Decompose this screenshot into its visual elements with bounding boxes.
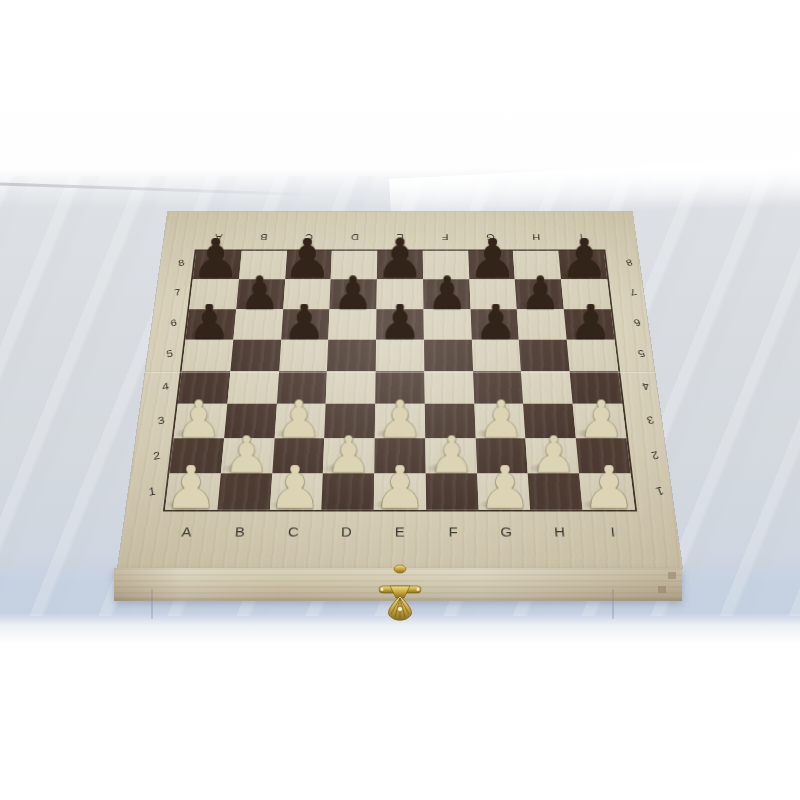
square-d2: ♟ bbox=[323, 438, 375, 473]
square-h7: ♟ bbox=[515, 279, 564, 309]
square-i6: ♟ bbox=[564, 309, 615, 340]
rank-label-right-8: 8 bbox=[604, 247, 645, 281]
square-g8: ♟ bbox=[468, 251, 515, 280]
product-photo: ♟♟♟♟♟♟♟♟♟♟♟♟♟♟♟♟♟♟♟♟♟♟♟♟♟♟♟♟ ABCDEFGHI A… bbox=[0, 0, 800, 800]
file-label-top-H: H bbox=[513, 230, 559, 242]
light-pawn: ♟ bbox=[578, 399, 625, 440]
file-label-bottom-H: H bbox=[533, 524, 588, 542]
light-pawn: ♟ bbox=[223, 435, 269, 475]
dark-pawn: ♟ bbox=[468, 238, 517, 281]
square-b6 bbox=[233, 309, 283, 340]
dark-pawn: ♟ bbox=[474, 304, 517, 341]
file-label-bottom-G: G bbox=[480, 524, 534, 542]
square-c5 bbox=[279, 339, 329, 371]
square-i1: ♟ bbox=[579, 473, 635, 510]
square-a5 bbox=[182, 339, 233, 371]
square-a1: ♟ bbox=[165, 473, 221, 510]
square-i3: ♟ bbox=[573, 404, 626, 438]
square-b5 bbox=[230, 339, 281, 371]
rank-label-right-4: 4 bbox=[618, 368, 662, 407]
square-c3: ♟ bbox=[274, 404, 326, 438]
rank-label-right-7: 7 bbox=[607, 276, 649, 311]
board-grid: ♟♟♟♟♟♟♟♟♟♟♟♟♟♟♟♟♟♟♟♟♟♟♟♟♟♟♟♟ bbox=[163, 250, 637, 512]
square-b1 bbox=[217, 473, 272, 510]
square-h6 bbox=[517, 309, 567, 340]
backdrop-line-left bbox=[151, 589, 153, 619]
square-g6: ♟ bbox=[470, 309, 519, 340]
square-g1: ♟ bbox=[477, 473, 531, 510]
light-pawn: ♟ bbox=[478, 465, 532, 512]
dark-pawn: ♟ bbox=[283, 238, 332, 281]
square-h4 bbox=[521, 371, 573, 404]
finger-joint bbox=[668, 572, 676, 579]
file-label-bottom-D: D bbox=[320, 524, 374, 542]
board-scene: ♟♟♟♟♟♟♟♟♟♟♟♟♟♟♟♟♟♟♟♟♟♟♟♟♟♟♟♟ ABCDEFGHI A… bbox=[118, 106, 682, 568]
rank-label-left-3: 3 bbox=[136, 401, 174, 441]
rank-label-left-8: 8 bbox=[159, 247, 194, 281]
square-e6: ♟ bbox=[376, 309, 424, 340]
rank-label-left-6: 6 bbox=[150, 306, 186, 342]
file-label-bottom-E: E bbox=[373, 524, 427, 542]
dark-pawn: ♟ bbox=[375, 238, 424, 281]
rank-label-left-4: 4 bbox=[141, 368, 178, 407]
dark-pawn: ♟ bbox=[520, 275, 561, 310]
dark-pawn: ♟ bbox=[283, 304, 326, 341]
square-d4 bbox=[326, 371, 376, 404]
rank-label-left-1: 1 bbox=[126, 471, 165, 514]
square-a3: ♟ bbox=[174, 404, 227, 438]
dark-pawn: ♟ bbox=[239, 275, 280, 310]
square-f5 bbox=[424, 339, 473, 371]
square-e5 bbox=[376, 339, 424, 371]
file-label-bottom-C: C bbox=[266, 524, 320, 542]
dark-pawn: ♟ bbox=[569, 304, 612, 341]
file-label-top-B: B bbox=[241, 230, 287, 242]
dark-pawn: ♟ bbox=[379, 304, 422, 341]
light-pawn: ♟ bbox=[175, 399, 222, 440]
square-e8: ♟ bbox=[377, 251, 423, 280]
square-a6: ♟ bbox=[186, 309, 237, 340]
finger-joint bbox=[658, 586, 666, 593]
square-h2: ♟ bbox=[526, 438, 580, 473]
square-i5 bbox=[567, 339, 618, 371]
square-d1 bbox=[322, 473, 375, 510]
square-c8: ♟ bbox=[285, 251, 332, 280]
file-label-bottom-F: F bbox=[427, 524, 481, 542]
backdrop-line-right bbox=[612, 589, 614, 619]
square-b7: ♟ bbox=[236, 279, 285, 309]
brass-clasp-icon bbox=[374, 560, 426, 624]
file-label-bottom-A: A bbox=[159, 524, 214, 542]
rank-label-right-5: 5 bbox=[615, 336, 658, 373]
square-c1: ♟ bbox=[269, 473, 323, 510]
square-g5 bbox=[471, 339, 521, 371]
light-pawn: ♟ bbox=[326, 435, 372, 475]
square-g3: ♟ bbox=[474, 404, 526, 438]
light-pawn: ♟ bbox=[582, 465, 636, 512]
square-h1 bbox=[528, 473, 583, 510]
square-b2: ♟ bbox=[221, 438, 275, 473]
square-d5 bbox=[327, 339, 376, 371]
square-f7: ♟ bbox=[423, 279, 470, 309]
square-c6: ♟ bbox=[281, 309, 330, 340]
file-label-bottom-I: I bbox=[586, 524, 641, 542]
light-pawn: ♟ bbox=[268, 465, 322, 512]
dark-pawn: ♟ bbox=[333, 275, 374, 310]
square-e1: ♟ bbox=[374, 473, 426, 510]
light-pawn: ♟ bbox=[376, 399, 423, 440]
light-pawn: ♟ bbox=[531, 435, 577, 475]
rank-label-right-1: 1 bbox=[631, 471, 678, 514]
square-e3: ♟ bbox=[375, 404, 425, 438]
light-pawn: ♟ bbox=[477, 399, 524, 440]
square-d6 bbox=[328, 309, 376, 340]
rank-label-left-7: 7 bbox=[154, 276, 190, 311]
rank-label-left-5: 5 bbox=[146, 336, 183, 373]
square-b4 bbox=[227, 371, 279, 404]
rank-label-right-6: 6 bbox=[611, 306, 653, 342]
file-labels-bottom: ABCDEFGHI bbox=[159, 524, 641, 542]
light-pawn: ♟ bbox=[373, 465, 427, 512]
square-f2: ♟ bbox=[425, 438, 477, 473]
light-pawn: ♟ bbox=[428, 435, 474, 475]
file-label-bottom-B: B bbox=[213, 524, 268, 542]
rank-label-right-3: 3 bbox=[622, 401, 667, 441]
chess-board-lid: ♟♟♟♟♟♟♟♟♟♟♟♟♟♟♟♟♟♟♟♟♟♟♟♟♟♟♟♟ ABCDEFGHI A… bbox=[118, 212, 682, 568]
light-pawn: ♟ bbox=[276, 399, 323, 440]
square-f1 bbox=[426, 473, 479, 510]
dark-pawn: ♟ bbox=[427, 275, 468, 310]
square-f6 bbox=[423, 309, 471, 340]
square-i8: ♟ bbox=[559, 251, 608, 280]
dark-pawn: ♟ bbox=[191, 238, 240, 281]
square-f4 bbox=[424, 371, 474, 404]
square-h5 bbox=[519, 339, 570, 371]
square-a8: ♟ bbox=[193, 251, 242, 280]
file-label-top-F: F bbox=[423, 230, 469, 242]
file-label-top-D: D bbox=[332, 230, 378, 242]
light-pawn: ♟ bbox=[164, 465, 218, 512]
dark-pawn: ♟ bbox=[560, 238, 609, 281]
dark-pawn: ♟ bbox=[188, 304, 231, 341]
square-d7: ♟ bbox=[330, 279, 377, 309]
